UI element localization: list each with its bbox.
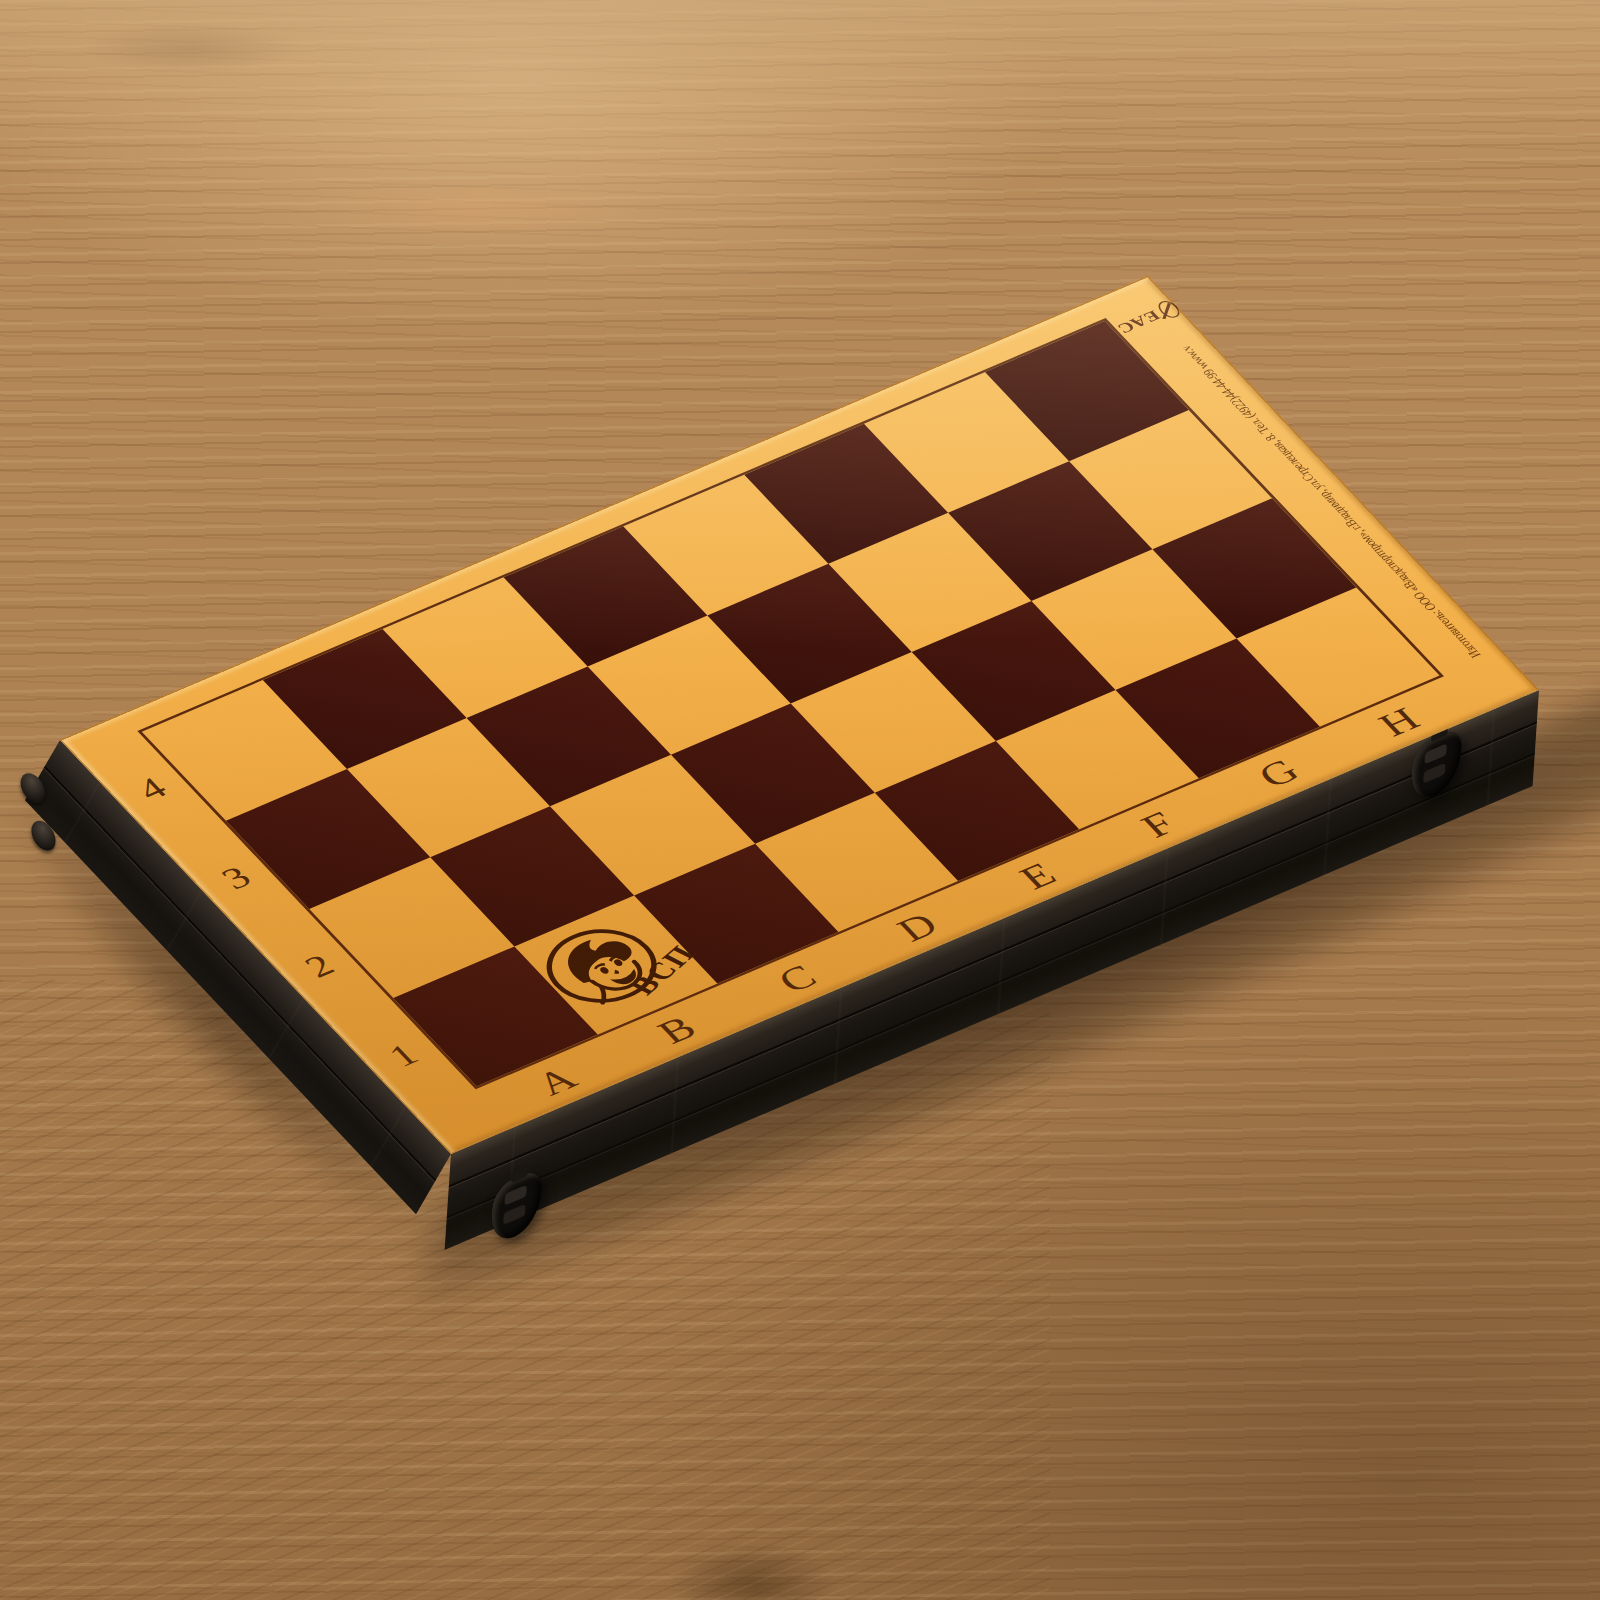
conformity-marks: ЕАС <box>1112 299 1184 339</box>
eac-mark: ЕАС <box>1113 307 1165 338</box>
photo-scene: 4321 ABCDEFGH ЕАС Изготовитель: ООО «Вла… <box>0 0 1600 1600</box>
table-surface-highlight <box>0 0 1600 170</box>
